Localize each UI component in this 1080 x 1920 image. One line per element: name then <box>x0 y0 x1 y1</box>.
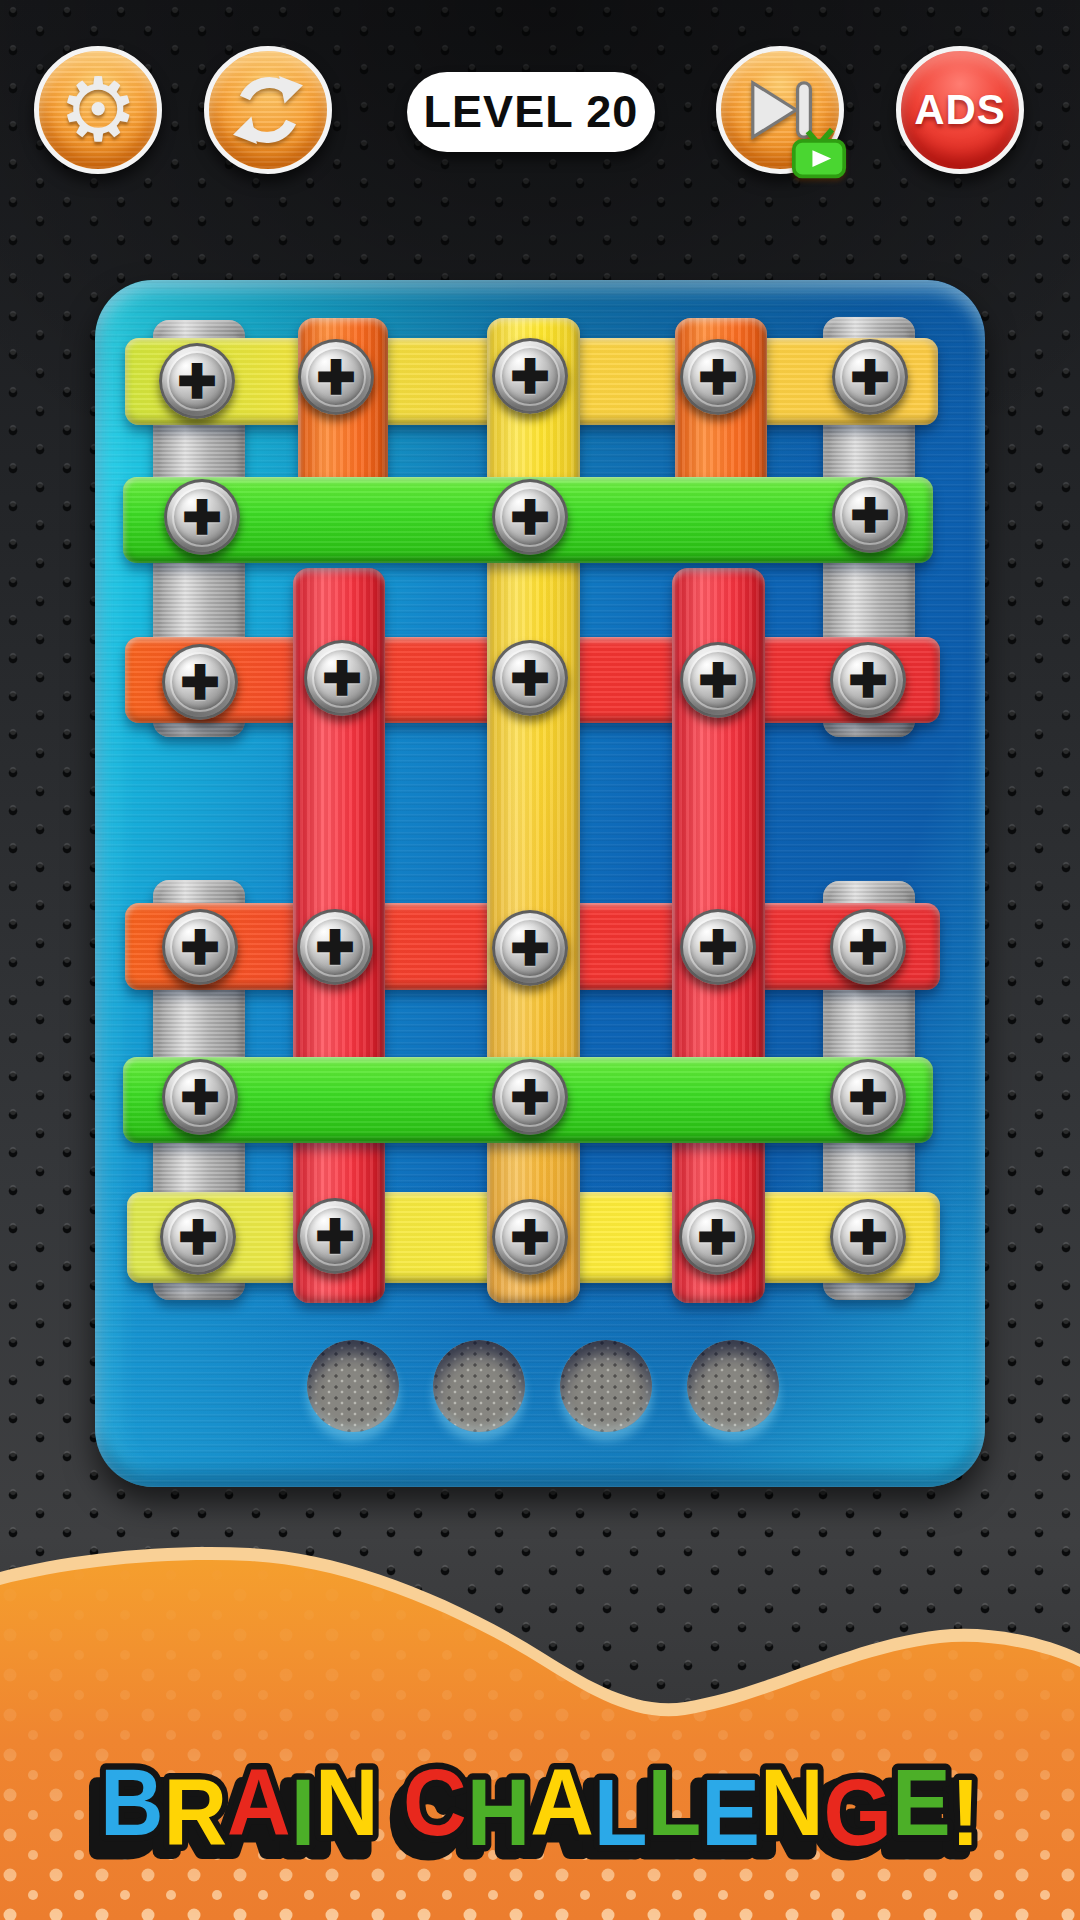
ads-button[interactable]: ADS <box>896 46 1024 174</box>
restart-button[interactable] <box>204 46 332 174</box>
screw-26[interactable]: ✚ <box>830 1199 906 1275</box>
gear-icon: ⚙ <box>59 66 138 154</box>
screw-23[interactable]: ✚ <box>297 1198 373 1274</box>
screw-5[interactable]: ✚ <box>832 339 908 415</box>
hole-1 <box>307 1340 399 1432</box>
screw-1[interactable]: ✚ <box>159 343 235 419</box>
screw-11[interactable]: ✚ <box>492 640 568 716</box>
screw-6[interactable]: ✚ <box>164 479 240 555</box>
screw-10[interactable]: ✚ <box>304 640 380 716</box>
screw-25[interactable]: ✚ <box>679 1199 755 1275</box>
screw-13[interactable]: ✚ <box>830 642 906 718</box>
hole-4 <box>687 1340 779 1432</box>
banner-text: BRAIN CHALLENGE! <box>100 1749 980 1865</box>
screw-board: ✚✚✚✚✚✚✚✚✚✚✚✚✚✚✚✚✚✚✚✚✚✚✚✚✚✚ <box>95 280 985 1487</box>
screw-19[interactable]: ✚ <box>162 1059 238 1135</box>
banner-wave: BRAIN CHALLENGE! BRAIN CHALLENGE! <box>0 1545 1080 1920</box>
ads-label: ADS <box>914 86 1006 134</box>
screw-2[interactable]: ✚ <box>298 339 374 415</box>
screw-15[interactable]: ✚ <box>297 909 373 985</box>
screw-9[interactable]: ✚ <box>162 644 238 720</box>
game-screen: ⚙ LEVEL 20 <box>0 0 1080 1920</box>
screw-21[interactable]: ✚ <box>830 1059 906 1135</box>
screw-16[interactable]: ✚ <box>492 910 568 986</box>
video-ad-tv-icon <box>791 127 847 179</box>
bar-v-yellow-center <box>487 318 580 1303</box>
screw-3[interactable]: ✚ <box>492 338 568 414</box>
level-label: LEVEL 20 <box>424 86 639 138</box>
refresh-icon <box>222 64 314 156</box>
screw-22[interactable]: ✚ <box>160 1199 236 1275</box>
hole-3 <box>560 1340 652 1432</box>
screw-7[interactable]: ✚ <box>492 479 568 555</box>
screw-14[interactable]: ✚ <box>162 909 238 985</box>
settings-button[interactable]: ⚙ <box>34 46 162 174</box>
screw-20[interactable]: ✚ <box>492 1059 568 1135</box>
screw-8[interactable]: ✚ <box>832 477 908 553</box>
screw-24[interactable]: ✚ <box>492 1199 568 1275</box>
level-pill: LEVEL 20 <box>407 72 655 152</box>
hole-2 <box>433 1340 525 1432</box>
screw-17[interactable]: ✚ <box>680 909 756 985</box>
skip-level-button[interactable] <box>716 46 844 174</box>
screw-18[interactable]: ✚ <box>830 909 906 985</box>
screw-12[interactable]: ✚ <box>680 642 756 718</box>
screw-4[interactable]: ✚ <box>680 339 756 415</box>
